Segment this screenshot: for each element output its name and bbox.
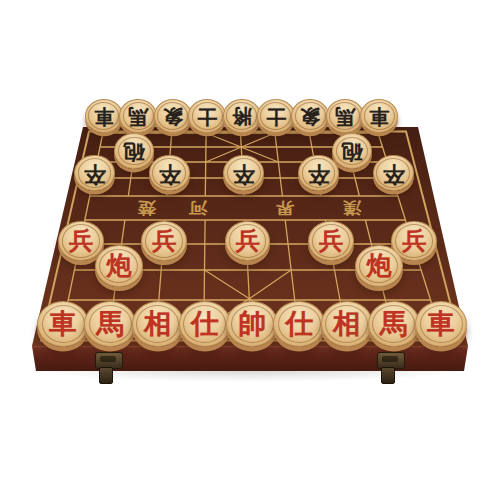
piece-red-advisor[interactable]: 仕 (179, 301, 231, 347)
piece-red-horse[interactable]: 馬 (84, 301, 136, 347)
piece-character: 車 (416, 302, 466, 346)
piece-black-advisor[interactable]: 士 (188, 99, 226, 133)
piece-character: 車 (86, 100, 122, 132)
piece-character: 卒 (150, 156, 189, 191)
piece-black-horse[interactable]: 馬 (119, 99, 157, 133)
piece-character: 兵 (309, 222, 353, 261)
piece-character: 馬 (120, 100, 156, 132)
piece-black-soldier[interactable]: 卒 (74, 155, 115, 192)
piece-character: 仕 (274, 302, 324, 346)
piece-red-general[interactable]: 帥 (226, 301, 278, 347)
piece-black-elephant[interactable]: 象 (154, 99, 192, 133)
piece-character: 炮 (96, 246, 142, 286)
river-label-char: 漢 (342, 199, 363, 217)
piece-red-soldier[interactable]: 兵 (141, 221, 187, 262)
piece-character: 兵 (226, 222, 270, 261)
piece-red-chariot[interactable]: 車 (37, 301, 89, 347)
piece-character: 卒 (374, 156, 413, 191)
piece-character: 士 (258, 100, 294, 132)
river-label-char: 界 (275, 199, 296, 217)
piece-character: 卒 (224, 156, 263, 191)
piece-character: 卒 (75, 156, 114, 191)
right-clasp-latch[interactable] (377, 352, 405, 369)
piece-character: 馬 (85, 302, 135, 346)
piece-black-chariot[interactable]: 車 (85, 99, 123, 133)
piece-character: 帥 (227, 302, 277, 346)
piece-character: 馬 (327, 100, 363, 132)
piece-red-cannon[interactable]: 炮 (355, 245, 403, 287)
piece-red-elephant[interactable]: 相 (132, 301, 184, 347)
piece-character: 象 (155, 100, 191, 132)
piece-black-cannon[interactable]: 砲 (114, 133, 154, 169)
piece-black-soldier[interactable]: 卒 (149, 155, 190, 192)
piece-black-elephant[interactable]: 象 (291, 99, 329, 133)
piece-character: 仕 (180, 302, 230, 346)
left-clasp-latch[interactable] (95, 352, 123, 369)
piece-black-chariot[interactable]: 車 (360, 99, 398, 133)
piece-black-soldier[interactable]: 卒 (373, 155, 414, 192)
piece-black-soldier[interactable]: 卒 (223, 155, 264, 192)
piece-character: 相 (133, 302, 183, 346)
piece-red-chariot[interactable]: 車 (415, 301, 467, 347)
piece-character: 將 (224, 100, 260, 132)
piece-character: 相 (322, 302, 372, 346)
piece-black-horse[interactable]: 馬 (326, 99, 364, 133)
piece-character: 馬 (369, 302, 419, 346)
piece-black-soldier[interactable]: 卒 (298, 155, 339, 192)
piece-black-advisor[interactable]: 士 (257, 99, 295, 133)
piece-red-soldier[interactable]: 兵 (308, 221, 354, 262)
piece-black-general[interactable]: 將 (223, 99, 261, 133)
piece-red-advisor[interactable]: 仕 (273, 301, 325, 347)
piece-character: 砲 (333, 134, 371, 168)
piece-red-cannon[interactable]: 炮 (95, 245, 143, 287)
piece-red-elephant[interactable]: 相 (321, 301, 373, 347)
piece-character: 士 (189, 100, 225, 132)
piece-character: 砲 (115, 134, 153, 168)
piece-red-soldier[interactable]: 兵 (225, 221, 271, 262)
river-label-char: 河 (189, 199, 209, 217)
river-label-char: 楚 (137, 199, 158, 217)
piece-character: 兵 (142, 222, 186, 261)
product-photo-xiangqi-set: 楚河界漢 車馬象士將士象馬車砲砲卒卒卒卒卒兵兵兵兵兵炮炮車馬相仕帥仕相馬車 (0, 0, 500, 500)
piece-character: 車 (38, 302, 88, 346)
piece-red-horse[interactable]: 馬 (368, 301, 420, 347)
piece-character: 卒 (299, 156, 338, 191)
piece-character: 車 (361, 100, 397, 132)
piece-character: 炮 (356, 246, 402, 286)
piece-character: 象 (292, 100, 328, 132)
